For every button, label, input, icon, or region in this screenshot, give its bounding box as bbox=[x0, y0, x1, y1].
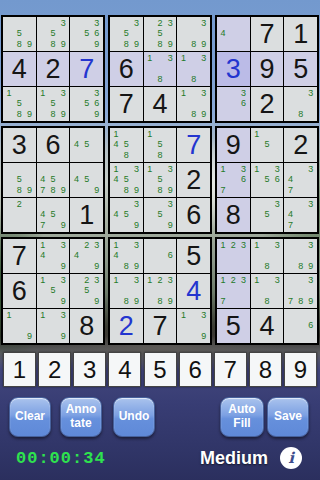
cell-r7c7[interactable]: 123 bbox=[217, 239, 250, 273]
pencil-marks: 35 bbox=[252, 199, 283, 231]
cell-r8c6[interactable]: 4 bbox=[177, 274, 210, 308]
cell-r5c7[interactable]: 1367 bbox=[217, 163, 250, 197]
pencil-marks: 589 bbox=[4, 164, 35, 196]
auto-fill-button[interactable]: Auto Fill bbox=[220, 397, 264, 437]
status-bar: 00:00:34 Medium i bbox=[0, 444, 320, 476]
cell-r3c1[interactable]: 1589 bbox=[3, 87, 36, 121]
cell-r7c1[interactable]: 7 bbox=[3, 239, 36, 273]
cell-r1c2[interactable]: 3589 bbox=[37, 17, 70, 51]
box-5: 1458158713458913589234593596 bbox=[108, 126, 212, 234]
cell-r8c3[interactable]: 2359 bbox=[70, 274, 103, 308]
cell-r6c3[interactable]: 1 bbox=[70, 198, 103, 232]
pencil-marks: 138 bbox=[252, 275, 283, 307]
numpad-8[interactable]: 8 bbox=[249, 352, 282, 387]
cell-r1c7[interactable]: 4 bbox=[217, 17, 250, 51]
given-digit: 5 bbox=[293, 56, 308, 83]
pencil-marks: 459 bbox=[71, 164, 102, 196]
given-digit: 1 bbox=[79, 202, 94, 229]
cell-r9c2[interactable]: 139 bbox=[37, 309, 70, 343]
pencil-marks: 38 bbox=[285, 88, 316, 120]
numpad-5[interactable]: 5 bbox=[144, 352, 177, 387]
given-digit: 9 bbox=[259, 56, 274, 83]
cell-r1c9[interactable]: 1 bbox=[284, 17, 317, 51]
pencil-marks: 359 bbox=[145, 199, 176, 231]
cell-r3c9[interactable]: 38 bbox=[284, 87, 317, 121]
given-digit: 5 bbox=[186, 243, 201, 270]
pencil-marks: 389 bbox=[285, 240, 316, 272]
pencil-marks: 3789 bbox=[285, 275, 316, 307]
cell-r6c4[interactable]: 3459 bbox=[110, 198, 143, 232]
given-digit: 6 bbox=[12, 278, 27, 305]
cell-r1c3[interactable]: 3569 bbox=[70, 17, 103, 51]
pencil-marks: 123 bbox=[218, 240, 249, 272]
cell-r3c6[interactable]: 1389 bbox=[177, 87, 210, 121]
cell-r5c9[interactable]: 347 bbox=[284, 163, 317, 197]
numpad-3[interactable]: 3 bbox=[73, 352, 106, 387]
user-digit: 4 bbox=[186, 278, 201, 305]
pencil-marks: 1359 bbox=[38, 275, 69, 307]
cell-r2c8[interactable]: 9 bbox=[251, 52, 284, 86]
given-digit: 4 bbox=[12, 56, 27, 83]
number-pad: 123456789 bbox=[3, 352, 317, 387]
given-digit: 1 bbox=[293, 21, 308, 48]
pencil-marks: 158 bbox=[145, 129, 176, 161]
pencil-marks: 1349 bbox=[38, 240, 69, 272]
user-digit: 7 bbox=[186, 132, 201, 159]
cell-r3c8[interactable]: 2 bbox=[251, 87, 284, 121]
sudoku-app-screen: 5893589356942715891358935693589235893896… bbox=[0, 0, 320, 480]
cell-r4c5[interactable]: 158 bbox=[144, 128, 177, 162]
numpad-4[interactable]: 4 bbox=[108, 352, 141, 387]
pencil-marks: 6 bbox=[145, 240, 176, 272]
cell-r8c2[interactable]: 1359 bbox=[37, 274, 70, 308]
cell-r9c9[interactable]: 6 bbox=[284, 309, 317, 343]
pencil-marks: 1367 bbox=[218, 164, 249, 196]
cell-r7c9[interactable]: 389 bbox=[284, 239, 317, 273]
given-digit: 2 bbox=[293, 132, 308, 159]
cell-r2c5[interactable]: 138 bbox=[144, 52, 177, 86]
cell-r2c9[interactable]: 5 bbox=[284, 52, 317, 86]
cell-r8c7[interactable]: 1237 bbox=[217, 274, 250, 308]
numpad-1[interactable]: 1 bbox=[3, 352, 36, 387]
cell-r3c7[interactable]: 36 bbox=[217, 87, 250, 121]
cell-r4c9[interactable]: 2 bbox=[284, 128, 317, 162]
pencil-marks: 3459 bbox=[111, 199, 142, 231]
cell-r1c5[interactable]: 23589 bbox=[144, 17, 177, 51]
cell-r1c1[interactable]: 589 bbox=[3, 17, 36, 51]
cell-r2c3[interactable]: 7 bbox=[70, 52, 103, 86]
cell-r3c3[interactable]: 3569 bbox=[70, 87, 103, 121]
box-2: 3589235893896138138741389 bbox=[108, 15, 212, 123]
difficulty-label: Medium bbox=[200, 448, 268, 469]
pencil-marks: 1389 bbox=[111, 275, 142, 307]
cell-r8c8[interactable]: 138 bbox=[251, 274, 284, 308]
cell-r4c2[interactable]: 6 bbox=[37, 128, 70, 162]
pencil-marks: 4579 bbox=[38, 199, 69, 231]
numpad-2[interactable]: 2 bbox=[38, 352, 71, 387]
cell-r9c4[interactable]: 2 bbox=[110, 309, 143, 343]
cell-r2c4[interactable]: 6 bbox=[110, 52, 143, 86]
cell-r6c1[interactable]: 2 bbox=[3, 198, 36, 232]
cell-r3c4[interactable]: 7 bbox=[110, 87, 143, 121]
given-digit: 4 bbox=[259, 313, 274, 340]
box-9: 12313838912371383789546 bbox=[215, 237, 319, 345]
user-digit: 7 bbox=[79, 56, 94, 83]
pencil-marks: 3589 bbox=[38, 18, 69, 50]
pencil-marks: 134589 bbox=[111, 164, 142, 196]
annotate-button[interactable]: Anno tate bbox=[60, 397, 102, 437]
cell-r6c9[interactable]: 347 bbox=[284, 198, 317, 232]
pencil-marks: 1237 bbox=[218, 275, 249, 307]
cell-r6c2[interactable]: 4579 bbox=[37, 198, 70, 232]
pencil-marks: 589 bbox=[4, 18, 35, 50]
cell-r9c6[interactable]: 139 bbox=[177, 309, 210, 343]
timer: 00:00:34 bbox=[16, 449, 106, 468]
pencil-marks: 2 bbox=[4, 199, 35, 231]
pencil-marks: 36 bbox=[218, 88, 249, 120]
cell-r8c1[interactable]: 6 bbox=[3, 274, 36, 308]
cell-r2c1[interactable]: 4 bbox=[3, 52, 36, 86]
pencil-marks: 12389 bbox=[145, 275, 176, 307]
given-digit: 7 bbox=[12, 243, 27, 270]
pencil-marks: 139 bbox=[38, 310, 69, 342]
pencil-marks: 139 bbox=[178, 310, 209, 342]
undo-button[interactable]: Undo bbox=[113, 397, 155, 437]
user-digit: 3 bbox=[226, 56, 241, 83]
user-digit: 2 bbox=[119, 313, 134, 340]
cell-r9c8[interactable]: 4 bbox=[251, 309, 284, 343]
given-digit: 8 bbox=[226, 202, 241, 229]
pencil-marks: 3569 bbox=[71, 18, 102, 50]
pencil-marks: 23589 bbox=[145, 18, 176, 50]
sudoku-board: 5893589356942715891358935693589235893896… bbox=[1, 15, 319, 345]
pencil-marks: 3569 bbox=[71, 88, 102, 120]
cell-r2c6[interactable]: 138 bbox=[177, 52, 210, 86]
pencil-marks: 13589 bbox=[145, 164, 176, 196]
pencil-marks: 3589 bbox=[111, 18, 142, 50]
cell-r6c7[interactable]: 8 bbox=[217, 198, 250, 232]
pencil-marks: 1356 bbox=[252, 164, 283, 196]
cell-r5c6[interactable]: 2 bbox=[177, 163, 210, 197]
cell-r7c8[interactable]: 138 bbox=[251, 239, 284, 273]
given-digit: 3 bbox=[12, 132, 27, 159]
cell-r5c4[interactable]: 134589 bbox=[110, 163, 143, 197]
box-1: 589358935694271589135893569 bbox=[1, 15, 105, 123]
cell-r4c7[interactable]: 9 bbox=[217, 128, 250, 162]
cell-r4c1[interactable]: 3 bbox=[3, 128, 36, 162]
box-8: 1348965138912389427139 bbox=[108, 237, 212, 345]
box-6: 915213671356347835347 bbox=[215, 126, 319, 234]
given-digit: 7 bbox=[259, 21, 274, 48]
given-digit: 8 bbox=[79, 313, 94, 340]
given-digit: 4 bbox=[152, 91, 167, 118]
cell-r3c5[interactable]: 4 bbox=[144, 87, 177, 121]
numpad-9[interactable]: 9 bbox=[284, 352, 317, 387]
cell-r5c2[interactable]: 45789 bbox=[37, 163, 70, 197]
save-button[interactable]: Save bbox=[267, 397, 309, 437]
cell-r3c2[interactable]: 13589 bbox=[37, 87, 70, 121]
cell-r9c3[interactable]: 8 bbox=[70, 309, 103, 343]
given-digit: 2 bbox=[186, 167, 201, 194]
box-4: 364558945789459245791 bbox=[1, 126, 105, 234]
cell-r5c3[interactable]: 459 bbox=[70, 163, 103, 197]
cell-r5c1[interactable]: 589 bbox=[3, 163, 36, 197]
cell-r1c8[interactable]: 7 bbox=[251, 17, 284, 51]
pencil-marks: 389 bbox=[178, 18, 209, 50]
cell-r7c5[interactable]: 6 bbox=[144, 239, 177, 273]
given-digit: 7 bbox=[119, 91, 134, 118]
cell-r7c4[interactable]: 13489 bbox=[110, 239, 143, 273]
pencil-marks: 1589 bbox=[4, 88, 35, 120]
pencil-marks: 15 bbox=[252, 129, 283, 161]
clear-button[interactable]: Clear bbox=[9, 397, 51, 437]
cell-r9c5[interactable]: 7 bbox=[144, 309, 177, 343]
cell-r7c6[interactable]: 5 bbox=[177, 239, 210, 273]
given-digit: 6 bbox=[119, 56, 134, 83]
pencil-marks: 45789 bbox=[38, 164, 69, 196]
given-digit: 9 bbox=[226, 132, 241, 159]
pencil-marks: 2349 bbox=[71, 240, 102, 272]
pencil-marks: 138 bbox=[252, 240, 283, 272]
cell-r4c6[interactable]: 7 bbox=[177, 128, 210, 162]
pencil-marks: 13489 bbox=[111, 240, 142, 272]
cell-r1c4[interactable]: 3589 bbox=[110, 17, 143, 51]
pencil-marks: 19 bbox=[4, 310, 35, 342]
pencil-marks: 4 bbox=[218, 18, 249, 50]
cell-r8c5[interactable]: 12389 bbox=[144, 274, 177, 308]
cell-r1c6[interactable]: 389 bbox=[177, 17, 210, 51]
pencil-marks: 45 bbox=[71, 129, 102, 161]
cell-r2c7[interactable]: 3 bbox=[217, 52, 250, 86]
cell-r4c3[interactable]: 45 bbox=[70, 128, 103, 162]
pencil-marks: 138 bbox=[145, 53, 176, 85]
box-7: 713492349613592359191398 bbox=[1, 237, 105, 345]
info-icon[interactable]: i bbox=[280, 447, 302, 469]
cell-r8c4[interactable]: 1389 bbox=[110, 274, 143, 308]
cell-r9c1[interactable]: 19 bbox=[3, 309, 36, 343]
cell-r9c7[interactable]: 5 bbox=[217, 309, 250, 343]
pencil-marks: 347 bbox=[285, 164, 316, 196]
pencil-marks: 13589 bbox=[38, 88, 69, 120]
pencil-marks: 2359 bbox=[71, 275, 102, 307]
box-3: 47139536238 bbox=[215, 15, 319, 123]
toolbar: Clear Anno tate Undo Auto Fill Save bbox=[0, 397, 320, 439]
cell-r4c4[interactable]: 1458 bbox=[110, 128, 143, 162]
given-digit: 6 bbox=[186, 202, 201, 229]
pencil-marks: 1389 bbox=[178, 88, 209, 120]
cell-r5c5[interactable]: 13589 bbox=[144, 163, 177, 197]
cell-r7c2[interactable]: 1349 bbox=[37, 239, 70, 273]
pencil-marks: 1458 bbox=[111, 129, 142, 161]
cell-r6c8[interactable]: 35 bbox=[251, 198, 284, 232]
numpad-7[interactable]: 7 bbox=[214, 352, 247, 387]
pencil-marks: 6 bbox=[285, 310, 316, 342]
pencil-marks: 347 bbox=[285, 199, 316, 231]
given-digit: 5 bbox=[226, 313, 241, 340]
given-digit: 2 bbox=[45, 56, 60, 83]
cell-r2c2[interactable]: 2 bbox=[37, 52, 70, 86]
numpad-6[interactable]: 6 bbox=[179, 352, 212, 387]
given-digit: 7 bbox=[152, 313, 167, 340]
cell-r6c5[interactable]: 359 bbox=[144, 198, 177, 232]
cell-r7c3[interactable]: 2349 bbox=[70, 239, 103, 273]
given-digit: 2 bbox=[259, 91, 274, 118]
cell-r5c8[interactable]: 1356 bbox=[251, 163, 284, 197]
cell-r8c9[interactable]: 3789 bbox=[284, 274, 317, 308]
cell-r4c8[interactable]: 15 bbox=[251, 128, 284, 162]
given-digit: 6 bbox=[45, 132, 60, 159]
cell-r6c6[interactable]: 6 bbox=[177, 198, 210, 232]
pencil-marks: 138 bbox=[178, 53, 209, 85]
